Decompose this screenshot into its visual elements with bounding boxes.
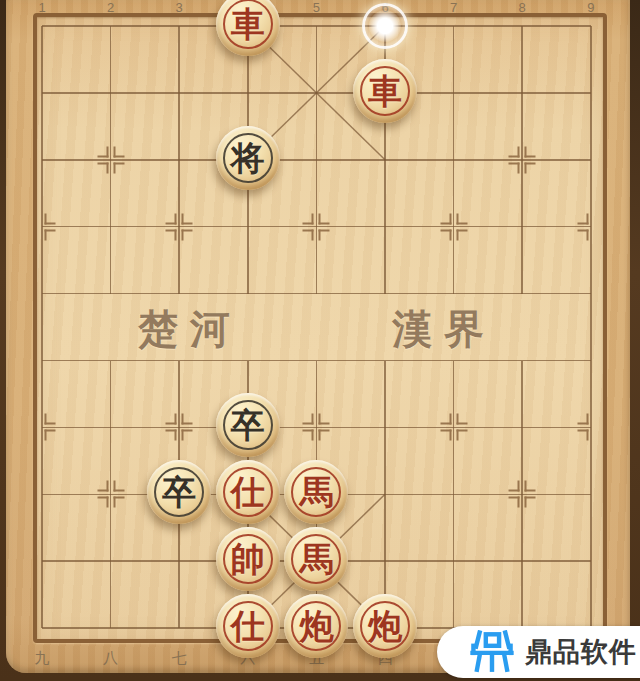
last-move-indicator bbox=[362, 3, 408, 49]
river-text-right: 漢界 bbox=[392, 308, 496, 352]
piece-glyph: 仕 bbox=[231, 609, 265, 643]
file-label-bottom: 八 bbox=[103, 649, 118, 668]
point-marker bbox=[509, 481, 536, 508]
point-marker bbox=[166, 414, 193, 441]
piece-black-soldier[interactable]: 卒 bbox=[216, 393, 280, 457]
point-marker bbox=[577, 213, 604, 240]
piece-glyph: 馬 bbox=[299, 542, 333, 576]
piece-glyph: 卒 bbox=[162, 475, 196, 509]
point-marker bbox=[303, 213, 330, 240]
piece-red-cannon[interactable]: 炮 bbox=[353, 594, 417, 658]
file-label-top: 8 bbox=[519, 0, 526, 15]
river-text-left: 楚河 bbox=[138, 308, 242, 352]
piece-glyph: 卒 bbox=[231, 408, 265, 442]
piece-glyph: 将 bbox=[231, 141, 265, 175]
watermark: 鼎品软件 bbox=[437, 626, 640, 678]
piece-glyph: 車 bbox=[231, 7, 265, 41]
piece-red-general[interactable]: 帥 bbox=[216, 527, 280, 591]
dingpin-logo-icon bbox=[469, 630, 515, 674]
point-marker bbox=[509, 146, 536, 173]
piece-black-soldier[interactable]: 卒 bbox=[147, 460, 211, 524]
piece-red-cannon[interactable]: 炮 bbox=[284, 594, 348, 658]
piece-glyph: 車 bbox=[368, 74, 402, 108]
piece-glyph: 炮 bbox=[299, 609, 333, 643]
point-marker bbox=[29, 213, 56, 240]
piece-glyph: 馬 bbox=[299, 475, 333, 509]
point-marker bbox=[97, 481, 124, 508]
watermark-text: 鼎品软件 bbox=[525, 634, 637, 670]
piece-glyph: 炮 bbox=[368, 609, 402, 643]
point-marker bbox=[303, 414, 330, 441]
file-label-top: 7 bbox=[450, 0, 457, 15]
file-label-top: 3 bbox=[176, 0, 183, 15]
xiangqi-app-screen: 123456789 九八七六五四三二一 楚河 漢界 車車将卒卒仕馬帥馬仕炮炮 鼎… bbox=[0, 0, 640, 681]
point-marker bbox=[97, 146, 124, 173]
point-marker bbox=[440, 213, 467, 240]
piece-red-horse[interactable]: 馬 bbox=[284, 527, 348, 591]
file-label-top: 9 bbox=[587, 0, 594, 15]
piece-black-general[interactable]: 将 bbox=[216, 126, 280, 190]
file-label-top: 1 bbox=[38, 0, 45, 15]
point-marker bbox=[577, 414, 604, 441]
file-label-top: 2 bbox=[107, 0, 114, 15]
point-marker bbox=[440, 414, 467, 441]
piece-glyph: 帥 bbox=[231, 542, 265, 576]
piece-red-advisor[interactable]: 仕 bbox=[216, 460, 280, 524]
point-marker bbox=[29, 414, 56, 441]
file-label-top: 5 bbox=[313, 0, 320, 15]
file-label-bottom: 九 bbox=[35, 649, 50, 668]
piece-red-chariot[interactable]: 車 bbox=[353, 59, 417, 123]
file-label-bottom: 七 bbox=[172, 649, 187, 668]
piece-glyph: 仕 bbox=[231, 475, 265, 509]
piece-red-advisor[interactable]: 仕 bbox=[216, 594, 280, 658]
piece-red-horse[interactable]: 馬 bbox=[284, 460, 348, 524]
point-marker bbox=[166, 213, 193, 240]
